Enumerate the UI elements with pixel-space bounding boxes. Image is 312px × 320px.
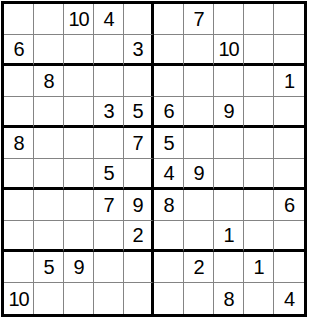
cell-r9c2: 5 bbox=[34, 252, 64, 283]
cell-r10c4[interactable] bbox=[94, 283, 124, 314]
cell-r3c7[interactable] bbox=[184, 66, 214, 97]
cell-r3c5[interactable] bbox=[124, 66, 154, 97]
cell-r5c4[interactable] bbox=[94, 128, 124, 159]
cell-r2c1: 6 bbox=[4, 35, 34, 66]
cell-r1c7: 7 bbox=[184, 4, 214, 35]
cell-r10c5[interactable] bbox=[124, 283, 154, 314]
cell-r3c3[interactable] bbox=[64, 66, 94, 97]
cell-r2c4[interactable] bbox=[94, 35, 124, 66]
cell-r6c7: 9 bbox=[184, 159, 214, 190]
cell-r8c6[interactable] bbox=[154, 221, 184, 252]
cell-r10c2[interactable] bbox=[34, 283, 64, 314]
cell-r3c2: 8 bbox=[34, 66, 64, 97]
cell-r8c3[interactable] bbox=[64, 221, 94, 252]
cell-r2c8: 10 bbox=[214, 35, 244, 66]
cell-r7c3[interactable] bbox=[64, 190, 94, 221]
cell-r4c8: 9 bbox=[214, 97, 244, 128]
cell-r4c5: 5 bbox=[124, 97, 154, 128]
cell-r6c9[interactable] bbox=[244, 159, 274, 190]
cell-r8c1[interactable] bbox=[4, 221, 34, 252]
cell-r10c3[interactable] bbox=[64, 283, 94, 314]
cell-r3c1[interactable] bbox=[4, 66, 34, 97]
cell-r2c10[interactable] bbox=[274, 35, 304, 66]
cell-r5c8[interactable] bbox=[214, 128, 244, 159]
cell-r1c5[interactable] bbox=[124, 4, 154, 35]
cell-r7c6: 8 bbox=[154, 190, 184, 221]
cell-r5c6: 5 bbox=[154, 128, 184, 159]
cell-r9c9: 1 bbox=[244, 252, 274, 283]
cell-r2c2[interactable] bbox=[34, 35, 64, 66]
cell-r7c4: 7 bbox=[94, 190, 124, 221]
cell-r7c10: 6 bbox=[274, 190, 304, 221]
cell-r6c2[interactable] bbox=[34, 159, 64, 190]
cell-r5c1: 8 bbox=[4, 128, 34, 159]
cell-r4c1[interactable] bbox=[4, 97, 34, 128]
cell-r2c3[interactable] bbox=[64, 35, 94, 66]
cell-r10c10: 4 bbox=[274, 283, 304, 314]
cell-r4c3[interactable] bbox=[64, 97, 94, 128]
cell-r9c3: 9 bbox=[64, 252, 94, 283]
cell-r5c2[interactable] bbox=[34, 128, 64, 159]
cell-r8c7[interactable] bbox=[184, 221, 214, 252]
cell-r7c8[interactable] bbox=[214, 190, 244, 221]
cell-r8c8: 1 bbox=[214, 221, 244, 252]
cell-r1c4: 4 bbox=[94, 4, 124, 35]
cell-r1c2[interactable] bbox=[34, 4, 64, 35]
cell-r6c3[interactable] bbox=[64, 159, 94, 190]
cell-r6c4: 5 bbox=[94, 159, 124, 190]
cell-r7c2[interactable] bbox=[34, 190, 64, 221]
cell-r2c7[interactable] bbox=[184, 35, 214, 66]
cell-r7c9[interactable] bbox=[244, 190, 274, 221]
cell-r2c5: 3 bbox=[124, 35, 154, 66]
cell-r5c10[interactable] bbox=[274, 128, 304, 159]
cell-r3c4[interactable] bbox=[94, 66, 124, 97]
cell-r6c8[interactable] bbox=[214, 159, 244, 190]
cell-r9c7: 2 bbox=[184, 252, 214, 283]
cell-r8c9[interactable] bbox=[244, 221, 274, 252]
cell-r6c6: 4 bbox=[154, 159, 184, 190]
cell-r9c8[interactable] bbox=[214, 252, 244, 283]
cell-r2c6[interactable] bbox=[154, 35, 184, 66]
cell-r10c1: 10 bbox=[4, 283, 34, 314]
cell-r9c1[interactable] bbox=[4, 252, 34, 283]
cell-r1c8[interactable] bbox=[214, 4, 244, 35]
cell-r2c9[interactable] bbox=[244, 35, 274, 66]
cell-r10c7[interactable] bbox=[184, 283, 214, 314]
cell-r3c6[interactable] bbox=[154, 66, 184, 97]
cell-r3c9[interactable] bbox=[244, 66, 274, 97]
cell-r1c9[interactable] bbox=[244, 4, 274, 35]
cell-r3c10: 1 bbox=[274, 66, 304, 97]
cell-r4c6: 6 bbox=[154, 97, 184, 128]
cell-r7c7[interactable] bbox=[184, 190, 214, 221]
cell-r4c10[interactable] bbox=[274, 97, 304, 128]
cell-r10c9[interactable] bbox=[244, 283, 274, 314]
cell-r1c1[interactable] bbox=[4, 4, 34, 35]
page: 1047631081356987554979862159211084 bbox=[0, 0, 312, 320]
cell-r10c6[interactable] bbox=[154, 283, 184, 314]
cell-r5c9[interactable] bbox=[244, 128, 274, 159]
cell-r10c8: 8 bbox=[214, 283, 244, 314]
cell-r3c8[interactable] bbox=[214, 66, 244, 97]
cell-r6c5[interactable] bbox=[124, 159, 154, 190]
cell-r9c5[interactable] bbox=[124, 252, 154, 283]
cell-r5c5: 7 bbox=[124, 128, 154, 159]
cell-r9c4[interactable] bbox=[94, 252, 124, 283]
cell-r7c1[interactable] bbox=[4, 190, 34, 221]
cell-r1c6[interactable] bbox=[154, 4, 184, 35]
sudoku-board: 1047631081356987554979862159211084 bbox=[1, 1, 307, 317]
cell-r8c4[interactable] bbox=[94, 221, 124, 252]
cell-r4c7[interactable] bbox=[184, 97, 214, 128]
cell-r6c10[interactable] bbox=[274, 159, 304, 190]
cell-r9c6[interactable] bbox=[154, 252, 184, 283]
cell-r4c9[interactable] bbox=[244, 97, 274, 128]
cell-r9c10[interactable] bbox=[274, 252, 304, 283]
cell-r8c5: 2 bbox=[124, 221, 154, 252]
cell-r1c10[interactable] bbox=[274, 4, 304, 35]
cell-r5c7[interactable] bbox=[184, 128, 214, 159]
cell-r7c5: 9 bbox=[124, 190, 154, 221]
cell-r8c2[interactable] bbox=[34, 221, 64, 252]
cell-r1c3: 10 bbox=[64, 4, 94, 35]
cell-r4c2[interactable] bbox=[34, 97, 64, 128]
cell-r6c1[interactable] bbox=[4, 159, 34, 190]
cell-r4c4: 3 bbox=[94, 97, 124, 128]
cell-r5c3[interactable] bbox=[64, 128, 94, 159]
cell-r8c10[interactable] bbox=[274, 221, 304, 252]
